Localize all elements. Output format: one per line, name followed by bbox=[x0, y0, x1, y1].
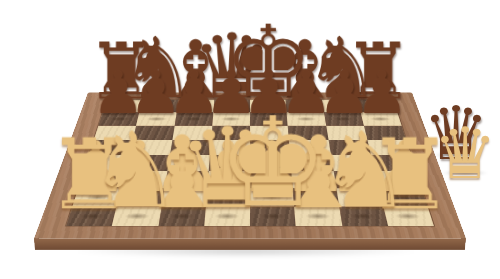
square-g1: ♞ bbox=[339, 206, 388, 226]
chess-board: ♜♞♝♛♚♝♞♜♟♟♟♟♟♟♟♟♟♟♟♟♟♟♟♟♜♞♝♛♚♝♞♜ bbox=[34, 92, 466, 238]
board-front-edge bbox=[34, 238, 466, 249]
spare-light-queen: ♛ bbox=[429, 118, 500, 189]
square-e1: ♚ bbox=[250, 206, 296, 226]
chessboard-photo-scene: ♜♞♝♛♚♝♞♜♟♟♟♟♟♟♟♟♟♟♟♟♟♟♟♟♜♞♝♛♚♝♞♜ ♛ ♛ bbox=[0, 0, 500, 279]
piece-light-knight-b1: ♞ bbox=[89, 119, 183, 224]
piece-light-knight-g1: ♞ bbox=[317, 119, 411, 224]
piece-light-king-e1: ♚ bbox=[218, 102, 328, 225]
square-b1: ♞ bbox=[112, 206, 161, 226]
board-squares: ♜♞♝♛♚♝♞♜♟♟♟♟♟♟♟♟♟♟♟♟♟♟♟♟♜♞♝♛♚♝♞♜ bbox=[66, 100, 434, 226]
